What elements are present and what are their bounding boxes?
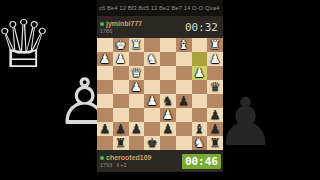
square[interactable]: ♟ xyxy=(129,122,145,136)
square[interactable]: ♝ xyxy=(192,122,208,136)
square[interactable]: ♟ xyxy=(113,122,129,136)
square[interactable]: ♜ xyxy=(113,136,129,150)
square[interactable]: ♞ xyxy=(144,52,160,66)
white-pawn: ♟ xyxy=(192,66,208,80)
square[interactable]: ♞ xyxy=(160,94,176,108)
white-pawn: ♟ xyxy=(97,52,113,66)
white-knight: ♞ xyxy=(144,52,160,66)
bottom-player-clock: 00:46 xyxy=(182,154,221,169)
top-player-info: jyminbi777 1786 xyxy=(100,20,142,34)
square[interactable] xyxy=(129,94,145,108)
move-list: c6 Be4 12 Bf3 Bd5 13 Be2 Be7 14 O-O Qxa4… xyxy=(97,0,223,16)
square[interactable] xyxy=(160,80,176,94)
decor-white-queen-icon: ♕ xyxy=(0,12,53,78)
square[interactable] xyxy=(176,108,192,122)
black-bishop: ♝ xyxy=(192,122,208,136)
square[interactable]: ♟ xyxy=(160,108,176,122)
bottom-player-material: ♗+1 xyxy=(115,162,126,168)
square[interactable] xyxy=(176,80,192,94)
online-dot xyxy=(100,22,104,26)
square[interactable] xyxy=(176,122,192,136)
square[interactable] xyxy=(160,38,176,52)
white-pawn: ♟ xyxy=(207,52,223,66)
square[interactable] xyxy=(176,66,192,80)
square[interactable]: ♟ xyxy=(192,66,208,80)
square[interactable] xyxy=(176,52,192,66)
square[interactable] xyxy=(144,80,160,94)
top-player-rating: 1786 xyxy=(100,28,112,34)
square[interactable]: ♟ xyxy=(113,52,129,66)
top-player-name: jyminbi777 xyxy=(106,20,142,27)
square[interactable] xyxy=(192,80,208,94)
bottom-player-name: cherooted169 xyxy=(106,154,152,161)
square[interactable]: ♜ xyxy=(207,38,223,52)
square[interactable] xyxy=(129,108,145,122)
square[interactable]: ♜ xyxy=(129,38,145,52)
white-rook: ♜ xyxy=(207,38,223,52)
bottom-player-info: cherooted169 1793 ♗+1 xyxy=(100,154,152,168)
bottom-player-rating: 1793 xyxy=(100,162,112,168)
black-pawn: ♟ xyxy=(207,122,223,136)
white-pawn: ♟ xyxy=(113,52,129,66)
white-knight: ♞ xyxy=(192,136,208,150)
decor-black-pawn-icon: ♟ xyxy=(216,90,275,156)
black-pawn: ♟ xyxy=(113,122,129,136)
white-king: ♚ xyxy=(113,38,129,52)
square[interactable] xyxy=(97,66,113,80)
top-player-bar: jyminbi777 1786 00:32 xyxy=(97,16,223,38)
black-queen: ♛ xyxy=(207,80,223,94)
square[interactable]: ♟ xyxy=(160,122,176,136)
black-knight: ♞ xyxy=(160,94,176,108)
white-pawn: ♟ xyxy=(160,108,176,122)
square[interactable]: ♜ xyxy=(207,136,223,150)
square[interactable]: ♟ xyxy=(144,94,160,108)
online-dot xyxy=(100,156,104,160)
square[interactable] xyxy=(113,66,129,80)
square[interactable] xyxy=(176,136,192,150)
square[interactable]: ♚ xyxy=(113,38,129,52)
square[interactable]: ♟ xyxy=(97,52,113,66)
square[interactable] xyxy=(207,66,223,80)
white-rook: ♜ xyxy=(129,38,145,52)
black-pawn: ♟ xyxy=(97,122,113,136)
square[interactable] xyxy=(144,108,160,122)
white-queen: ♛ xyxy=(129,66,145,80)
square[interactable] xyxy=(192,108,208,122)
square[interactable] xyxy=(97,108,113,122)
bottom-player-bar: cherooted169 1793 ♗+1 00:46 xyxy=(97,150,223,172)
square[interactable]: ♟ xyxy=(176,94,192,108)
square[interactable]: ♛ xyxy=(207,80,223,94)
square[interactable] xyxy=(97,94,113,108)
square[interactable]: ♟ xyxy=(207,52,223,66)
square[interactable] xyxy=(192,52,208,66)
square[interactable] xyxy=(129,136,145,150)
square[interactable] xyxy=(160,52,176,66)
white-pawn: ♟ xyxy=(129,80,145,94)
square[interactable] xyxy=(129,52,145,66)
black-pawn: ♟ xyxy=(176,94,192,108)
black-pawn: ♟ xyxy=(207,108,223,122)
square[interactable]: ♟ xyxy=(129,80,145,94)
square[interactable] xyxy=(144,122,160,136)
top-player-clock: 00:32 xyxy=(182,20,221,35)
square[interactable]: ♟ xyxy=(207,122,223,136)
square[interactable]: ♛ xyxy=(129,66,145,80)
square[interactable] xyxy=(113,80,129,94)
square[interactable]: ♚ xyxy=(144,136,160,150)
square[interactable]: ♟ xyxy=(207,108,223,122)
square[interactable] xyxy=(192,38,208,52)
square[interactable] xyxy=(113,108,129,122)
square[interactable] xyxy=(207,94,223,108)
square[interactable]: ♝ xyxy=(176,38,192,52)
chess-board: ♚♜♝♜♟♟♞♟♛♟♟♛♟♞♟♟♟♟♟♟♟♝♟♜♚♞♜ xyxy=(97,38,223,150)
square[interactable] xyxy=(97,80,113,94)
white-pawn: ♟ xyxy=(144,94,160,108)
video-frame: ♕ ♙ ♟ c6 Be4 12 Bf3 Bd5 13 Be2 Be7 14 O-… xyxy=(0,0,320,180)
black-king: ♚ xyxy=(144,136,160,150)
black-rook: ♜ xyxy=(113,136,129,150)
square[interactable] xyxy=(97,38,113,52)
black-pawn: ♟ xyxy=(160,122,176,136)
square[interactable]: ♞ xyxy=(192,136,208,150)
black-rook: ♜ xyxy=(207,136,223,150)
square[interactable]: ♟ xyxy=(97,122,113,136)
square[interactable] xyxy=(144,38,160,52)
move-list-text: c6 Be4 12 Bf3 Bd5 13 Be2 Be7 14 O-O Qxa4 xyxy=(99,5,219,11)
square[interactable] xyxy=(113,94,129,108)
white-bishop: ♝ xyxy=(176,38,192,52)
square[interactable] xyxy=(97,136,113,150)
square[interactable] xyxy=(144,66,160,80)
square[interactable] xyxy=(160,136,176,150)
chess-app: c6 Be4 12 Bf3 Bd5 13 Be2 Be7 14 O-O Qxa4… xyxy=(97,0,223,180)
square[interactable] xyxy=(192,94,208,108)
square[interactable] xyxy=(160,66,176,80)
black-pawn: ♟ xyxy=(129,122,145,136)
